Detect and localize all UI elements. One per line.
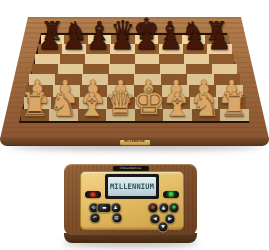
down-button[interactable]: ▼ [158, 222, 169, 233]
takeback-button[interactable]: ↶ [90, 213, 101, 224]
red-power-light [91, 193, 95, 197]
piece-white-rook-a1[interactable]: ♜ [20, 88, 50, 121]
piece-white-knight-b1[interactable]: ♞ [48, 88, 78, 121]
green-dot-button-light [173, 206, 176, 209]
piece-white-bishop-f1[interactable]: ♝ [162, 88, 192, 121]
green-dot-button[interactable] [169, 203, 180, 214]
board-front-edge: MILLENNIUM [0, 138, 269, 146]
lcd-display: MILLENNIUM [105, 174, 159, 199]
control-panel-plate: MILLENNIUM ⟲▬♟↶▤▲◀▶▼ [80, 171, 184, 230]
piece-white-king-e1[interactable]: ♚ [132, 84, 165, 121]
position-button[interactable]: ▤ [111, 213, 122, 224]
red-dot-button[interactable] [147, 203, 158, 214]
piece-white-bishop-c1[interactable]: ♝ [77, 88, 107, 121]
piece-white-rook-h1[interactable]: ♜ [219, 88, 249, 121]
piece-black-pawn-c7[interactable]: ♟ [86, 26, 110, 53]
lcd-text: MILLENNIUM [110, 182, 154, 191]
lcd-screen: MILLENNIUM [108, 177, 156, 196]
green-ok-button[interactable] [163, 191, 179, 198]
piece-black-pawn-h7[interactable]: ♟ [207, 26, 231, 53]
up-button[interactable]: ▲ [158, 203, 169, 214]
piece-black-pawn-g7[interactable]: ♟ [183, 26, 207, 53]
scene: MILLENNIUM ♜♞♝♛♚♝♞♜♟♟♟♟♟♟♟♟♟♟♟♟♟♟♟♟♜♞♝♛♚… [0, 0, 269, 250]
green-ok-light [169, 192, 173, 196]
red-power-button[interactable] [85, 191, 101, 198]
piece-black-pawn-a7[interactable]: ♟ [38, 26, 62, 53]
piece-white-knight-g1[interactable]: ♞ [191, 88, 221, 121]
red-dot-button-light [151, 206, 154, 209]
piece-black-pawn-e7[interactable]: ♟ [135, 26, 159, 53]
piece-black-pawn-f7[interactable]: ♟ [159, 26, 183, 53]
piece-white-queen-d1[interactable]: ♛ [105, 86, 136, 121]
piece-black-pawn-b7[interactable]: ♟ [62, 26, 86, 53]
piece-black-pawn-d7[interactable]: ♟ [110, 26, 134, 53]
board-brand-plaque: MILLENNIUM [119, 139, 151, 146]
control-unit: ChessGenius Exclusive MILLENNIUM ⟲▬♟↶▤▲◀… [64, 164, 197, 235]
